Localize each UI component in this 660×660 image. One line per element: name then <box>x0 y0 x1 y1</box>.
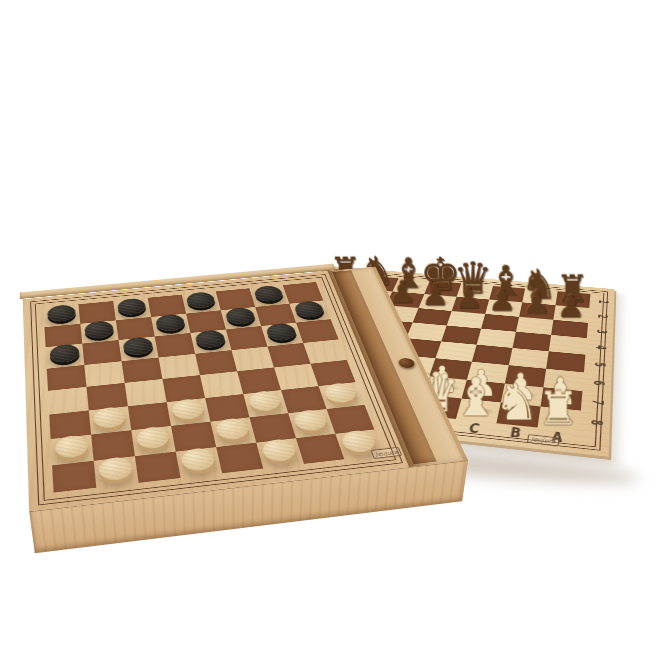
checkers-box: Jeujura <box>23 267 468 512</box>
checkers-cell-r5c7[interactable] <box>274 364 318 390</box>
chess-piece-dark-pawn[interactable]: ♟ <box>522 289 550 318</box>
checker-piece-black[interactable] <box>47 304 76 322</box>
chess-cell-c2[interactable]: ♟ <box>485 299 522 316</box>
checkers-cell-r3c6[interactable] <box>226 326 267 350</box>
checkers-cell-r3c1[interactable] <box>46 344 85 369</box>
checker-piece-black[interactable] <box>155 313 186 332</box>
checker-piece-black[interactable] <box>185 291 216 309</box>
chess-cell-b8[interactable]: ♞ <box>496 403 540 428</box>
checkers-cell-r6c1[interactable] <box>49 410 91 439</box>
box-knob <box>397 357 416 368</box>
checkers-cell-r8c5[interactable] <box>216 442 263 473</box>
chess-piece-dark-pawn[interactable]: ♟ <box>557 292 585 321</box>
checker-piece-wood[interactable] <box>55 435 89 460</box>
checker-piece-black[interactable] <box>224 307 256 326</box>
checkers-cell-r4c8[interactable] <box>303 339 347 364</box>
checker-piece-wood[interactable] <box>214 417 250 441</box>
checkers-cell-r3c4[interactable] <box>155 333 195 357</box>
chess-cell-a8[interactable]: ♜ <box>537 407 580 432</box>
checkers-cell-r8c7[interactable] <box>296 433 344 463</box>
checkers-cell-r7c4[interactable] <box>171 422 216 452</box>
checker-piece-black[interactable] <box>293 300 326 318</box>
checker-piece-black[interactable] <box>117 298 147 316</box>
checkers-cell-r5c3[interactable] <box>125 379 167 406</box>
checkers-cell-r8c2[interactable] <box>94 456 139 488</box>
checkers-cell-r8c1[interactable] <box>52 460 96 492</box>
checkers-cell-r8c4[interactable] <box>176 447 222 478</box>
checkers-cell-r8c6[interactable] <box>256 438 304 469</box>
checker-piece-black[interactable] <box>265 323 298 342</box>
chess-piece-light-knight[interactable]: ♞ <box>494 379 539 425</box>
checkers-box-scene: Jeujura <box>0 78 480 498</box>
checker-piece-wood[interactable] <box>98 456 134 482</box>
checker-piece-wood[interactable] <box>180 447 217 472</box>
checker-piece-black[interactable] <box>49 344 80 364</box>
chess-cell-b2[interactable]: ♟ <box>519 302 555 319</box>
checker-piece-wood[interactable] <box>135 426 170 450</box>
checkers-cell-r4c2[interactable] <box>84 361 124 387</box>
checker-piece-wood[interactable] <box>171 398 206 421</box>
chess-cell-b3[interactable] <box>516 317 554 335</box>
checker-piece-black[interactable] <box>122 336 153 356</box>
checker-piece-wood[interactable] <box>93 406 127 429</box>
checker-piece-black[interactable] <box>253 285 285 303</box>
checker-piece-wood[interactable] <box>322 382 359 404</box>
checkers-cell-r3c2[interactable] <box>82 340 121 365</box>
checker-piece-black[interactable] <box>194 329 226 349</box>
chess-cell-a2[interactable]: ♟ <box>553 305 589 323</box>
checker-piece-wood[interactable] <box>292 409 329 432</box>
chess-piece-light-rook[interactable]: ♜ <box>538 387 579 429</box>
checkers-cell-r5c4[interactable] <box>162 375 205 402</box>
chess-piece-dark-pawn[interactable]: ♟ <box>488 286 516 315</box>
checker-piece-wood[interactable] <box>247 390 283 412</box>
checkers-cell-r8c3[interactable] <box>135 451 181 483</box>
product-photo-stage: ♜♞♝♚♛♝♞♜♟♟♟♟♟♟♟♟♟♟♟♟♟♟♟♟♜♞♝♚♛♝♞♜ HGFEDCB… <box>0 0 660 660</box>
checkers-cell-r4c3[interactable] <box>122 357 163 383</box>
checkers-cell-r5c1[interactable] <box>48 387 89 414</box>
checkers-cell-r7c3[interactable] <box>131 426 175 456</box>
